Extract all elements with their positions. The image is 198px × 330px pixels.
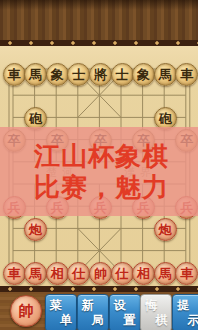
promo-title-line2: 比赛，魅力 xyxy=(34,172,198,203)
piece-black-車[interactable]: 車 xyxy=(3,63,26,86)
menu-button[interactable]: 菜单 xyxy=(45,294,77,330)
piece-black-將[interactable]: 將 xyxy=(89,63,112,86)
piece-black-象[interactable]: 象 xyxy=(46,63,69,86)
piece-red-炮[interactable]: 炮 xyxy=(154,218,177,241)
promo-overlay: 江山杯象棋 比赛，魅力 xyxy=(0,127,198,216)
piece-red-仕[interactable]: 仕 xyxy=(111,262,134,285)
hint-button[interactable]: 提示 xyxy=(172,294,198,330)
piece-red-相[interactable]: 相 xyxy=(46,262,69,285)
piece-black-馬[interactable]: 馬 xyxy=(24,63,47,86)
piece-red-車[interactable]: 車 xyxy=(3,262,26,285)
xiangqi-app-screen: 楚河 漢界 車馬象士將士象馬車砲砲卒卒卒卒卒兵兵兵兵兵炮炮車馬相仕帥仕相馬車 江… xyxy=(0,0,198,330)
piece-black-士[interactable]: 士 xyxy=(67,63,90,86)
piece-black-車[interactable]: 車 xyxy=(175,63,198,86)
piece-red-炮[interactable]: 炮 xyxy=(24,218,47,241)
piece-black-象[interactable]: 象 xyxy=(132,63,155,86)
new-game-button[interactable]: 新局 xyxy=(77,294,109,330)
piece-black-馬[interactable]: 馬 xyxy=(154,63,177,86)
piece-red-馬[interactable]: 馬 xyxy=(154,262,177,285)
turn-indicator-red-general-piece: 帥 xyxy=(10,295,42,327)
settings-button[interactable]: 设置 xyxy=(109,294,141,330)
undo-button[interactable]: 悔棋 xyxy=(140,294,172,330)
wood-background-top xyxy=(0,0,198,44)
promo-title-line1: 江山杯象棋 xyxy=(34,141,198,172)
piece-black-士[interactable]: 士 xyxy=(111,63,134,86)
bottom-toolbar: 帥 菜单新局设置悔棋提示 xyxy=(0,292,198,330)
